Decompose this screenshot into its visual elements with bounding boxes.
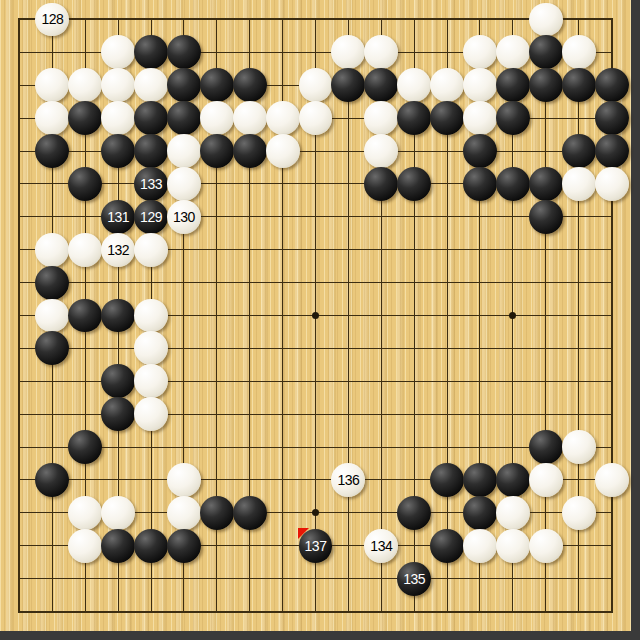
- intersection-2-11[interactable]: [69, 365, 102, 398]
- intersection-15-8[interactable]: [496, 266, 529, 299]
- intersection-13-6[interactable]: [431, 200, 464, 233]
- intersection-6-2[interactable]: [200, 69, 233, 102]
- intersection-12-15[interactable]: [398, 496, 431, 529]
- intersection-5-15[interactable]: [167, 496, 200, 529]
- intersection-3-18[interactable]: [102, 595, 135, 628]
- intersection-0-18[interactable]: [3, 595, 36, 628]
- intersection-3-4[interactable]: [102, 135, 135, 168]
- intersection-6-8[interactable]: [200, 266, 233, 299]
- intersection-18-6[interactable]: [595, 200, 628, 233]
- intersection-15-10[interactable]: [496, 332, 529, 365]
- intersection-9-9[interactable]: [299, 299, 332, 332]
- intersection-18-14[interactable]: [595, 464, 628, 497]
- intersection-12-13[interactable]: [398, 431, 431, 464]
- intersection-8-1[interactable]: [266, 36, 299, 69]
- intersection-18-7[interactable]: [595, 233, 628, 266]
- intersection-10-18[interactable]: [332, 595, 365, 628]
- intersection-5-5[interactable]: [167, 167, 200, 200]
- intersection-11-12[interactable]: [365, 398, 398, 431]
- intersection-11-17[interactable]: [365, 562, 398, 595]
- intersection-9-17[interactable]: [299, 562, 332, 595]
- intersection-2-17[interactable]: [69, 562, 102, 595]
- intersection-4-9[interactable]: [135, 299, 168, 332]
- intersection-16-15[interactable]: [529, 496, 562, 529]
- intersection-8-6[interactable]: [266, 200, 299, 233]
- intersection-11-8[interactable]: [365, 266, 398, 299]
- intersection-1-1[interactable]: [36, 36, 69, 69]
- intersection-17-0[interactable]: [562, 3, 595, 36]
- intersection-7-18[interactable]: [233, 595, 266, 628]
- intersection-17-16[interactable]: [562, 529, 595, 562]
- intersection-10-16[interactable]: [332, 529, 365, 562]
- intersection-16-8[interactable]: [529, 266, 562, 299]
- intersection-16-18[interactable]: [529, 595, 562, 628]
- intersection-0-15[interactable]: [3, 496, 36, 529]
- intersection-1-15[interactable]: [36, 496, 69, 529]
- intersection-17-1[interactable]: [562, 36, 595, 69]
- intersection-18-9[interactable]: [595, 299, 628, 332]
- intersection-9-5[interactable]: [299, 167, 332, 200]
- intersection-7-17[interactable]: [233, 562, 266, 595]
- intersection-4-10[interactable]: [135, 332, 168, 365]
- intersection-6-14[interactable]: [200, 464, 233, 497]
- intersection-12-18[interactable]: [398, 595, 431, 628]
- intersection-14-5[interactable]: [464, 167, 497, 200]
- intersection-1-17[interactable]: [36, 562, 69, 595]
- intersection-7-13[interactable]: [233, 431, 266, 464]
- intersection-9-16[interactable]: 137: [299, 529, 332, 562]
- intersection-15-5[interactable]: [496, 167, 529, 200]
- intersection-12-12[interactable]: [398, 398, 431, 431]
- intersection-12-16[interactable]: [398, 529, 431, 562]
- intersection-17-8[interactable]: [562, 266, 595, 299]
- intersection-8-16[interactable]: [266, 529, 299, 562]
- intersection-1-12[interactable]: [36, 398, 69, 431]
- intersection-16-3[interactable]: [529, 102, 562, 135]
- intersection-4-18[interactable]: [135, 595, 168, 628]
- intersection-3-15[interactable]: [102, 496, 135, 529]
- intersection-18-1[interactable]: [595, 36, 628, 69]
- intersection-11-6[interactable]: [365, 200, 398, 233]
- intersection-1-7[interactable]: [36, 233, 69, 266]
- intersection-4-3[interactable]: [135, 102, 168, 135]
- intersection-10-7[interactable]: [332, 233, 365, 266]
- intersection-6-6[interactable]: [200, 200, 233, 233]
- intersection-11-11[interactable]: [365, 365, 398, 398]
- intersection-12-4[interactable]: [398, 135, 431, 168]
- intersection-16-14[interactable]: [529, 464, 562, 497]
- intersection-9-3[interactable]: [299, 102, 332, 135]
- intersection-7-12[interactable]: [233, 398, 266, 431]
- intersection-12-7[interactable]: [398, 233, 431, 266]
- intersection-17-7[interactable]: [562, 233, 595, 266]
- intersection-10-10[interactable]: [332, 332, 365, 365]
- intersection-11-10[interactable]: [365, 332, 398, 365]
- intersection-12-1[interactable]: [398, 36, 431, 69]
- intersection-8-15[interactable]: [266, 496, 299, 529]
- intersection-1-5[interactable]: [36, 167, 69, 200]
- intersection-4-8[interactable]: [135, 266, 168, 299]
- intersection-11-3[interactable]: [365, 102, 398, 135]
- intersection-5-1[interactable]: [167, 36, 200, 69]
- intersection-4-5[interactable]: 133: [135, 167, 168, 200]
- intersection-0-5[interactable]: [3, 167, 36, 200]
- intersection-4-11[interactable]: [135, 365, 168, 398]
- intersection-18-3[interactable]: [595, 102, 628, 135]
- intersection-5-0[interactable]: [167, 3, 200, 36]
- intersection-17-2[interactable]: [562, 69, 595, 102]
- intersection-1-4[interactable]: [36, 135, 69, 168]
- intersection-7-8[interactable]: [233, 266, 266, 299]
- intersection-9-0[interactable]: [299, 3, 332, 36]
- intersection-13-7[interactable]: [431, 233, 464, 266]
- intersection-12-0[interactable]: [398, 3, 431, 36]
- intersection-7-7[interactable]: [233, 233, 266, 266]
- intersection-13-15[interactable]: [431, 496, 464, 529]
- intersection-3-17[interactable]: [102, 562, 135, 595]
- intersection-5-16[interactable]: [167, 529, 200, 562]
- intersection-5-7[interactable]: [167, 233, 200, 266]
- intersection-1-16[interactable]: [36, 529, 69, 562]
- intersection-7-0[interactable]: [233, 3, 266, 36]
- intersection-17-15[interactable]: [562, 496, 595, 529]
- intersection-5-12[interactable]: [167, 398, 200, 431]
- intersection-13-4[interactable]: [431, 135, 464, 168]
- intersection-7-14[interactable]: [233, 464, 266, 497]
- intersection-16-0[interactable]: [529, 3, 562, 36]
- intersection-1-6[interactable]: [36, 200, 69, 233]
- intersection-13-18[interactable]: [431, 595, 464, 628]
- intersection-2-16[interactable]: [69, 529, 102, 562]
- intersection-16-11[interactable]: [529, 365, 562, 398]
- intersection-3-3[interactable]: [102, 102, 135, 135]
- intersection-0-7[interactable]: [3, 233, 36, 266]
- intersection-18-4[interactable]: [595, 135, 628, 168]
- intersection-8-11[interactable]: [266, 365, 299, 398]
- intersection-12-5[interactable]: [398, 167, 431, 200]
- intersection-16-16[interactable]: [529, 529, 562, 562]
- intersection-11-7[interactable]: [365, 233, 398, 266]
- intersection-10-14[interactable]: 136: [332, 464, 365, 497]
- intersection-6-9[interactable]: [200, 299, 233, 332]
- intersection-3-10[interactable]: [102, 332, 135, 365]
- intersection-15-4[interactable]: [496, 135, 529, 168]
- intersection-5-14[interactable]: [167, 464, 200, 497]
- intersection-10-9[interactable]: [332, 299, 365, 332]
- intersection-7-16[interactable]: [233, 529, 266, 562]
- intersection-16-7[interactable]: [529, 233, 562, 266]
- intersection-8-18[interactable]: [266, 595, 299, 628]
- intersection-16-17[interactable]: [529, 562, 562, 595]
- intersection-17-6[interactable]: [562, 200, 595, 233]
- intersection-16-12[interactable]: [529, 398, 562, 431]
- intersection-3-12[interactable]: [102, 398, 135, 431]
- intersection-3-0[interactable]: [102, 3, 135, 36]
- intersection-10-12[interactable]: [332, 398, 365, 431]
- intersection-17-10[interactable]: [562, 332, 595, 365]
- intersection-17-13[interactable]: [562, 431, 595, 464]
- intersection-5-8[interactable]: [167, 266, 200, 299]
- intersection-9-13[interactable]: [299, 431, 332, 464]
- intersection-1-14[interactable]: [36, 464, 69, 497]
- intersection-15-13[interactable]: [496, 431, 529, 464]
- intersection-14-6[interactable]: [464, 200, 497, 233]
- intersection-18-2[interactable]: [595, 69, 628, 102]
- intersection-4-12[interactable]: [135, 398, 168, 431]
- intersection-14-13[interactable]: [464, 431, 497, 464]
- intersection-12-11[interactable]: [398, 365, 431, 398]
- intersection-11-13[interactable]: [365, 431, 398, 464]
- intersection-12-14[interactable]: [398, 464, 431, 497]
- intersection-8-5[interactable]: [266, 167, 299, 200]
- intersection-2-14[interactable]: [69, 464, 102, 497]
- intersection-6-13[interactable]: [200, 431, 233, 464]
- intersection-2-7[interactable]: [69, 233, 102, 266]
- intersection-2-4[interactable]: [69, 135, 102, 168]
- intersection-10-17[interactable]: [332, 562, 365, 595]
- intersection-6-4[interactable]: [200, 135, 233, 168]
- intersection-5-11[interactable]: [167, 365, 200, 398]
- intersection-6-1[interactable]: [200, 36, 233, 69]
- intersection-6-3[interactable]: [200, 102, 233, 135]
- intersection-11-16[interactable]: 134: [365, 529, 398, 562]
- intersection-13-12[interactable]: [431, 398, 464, 431]
- intersection-6-5[interactable]: [200, 167, 233, 200]
- intersection-1-18[interactable]: [36, 595, 69, 628]
- intersection-5-17[interactable]: [167, 562, 200, 595]
- intersection-10-1[interactable]: [332, 36, 365, 69]
- intersection-16-10[interactable]: [529, 332, 562, 365]
- intersection-3-16[interactable]: [102, 529, 135, 562]
- intersection-10-6[interactable]: [332, 200, 365, 233]
- intersection-10-13[interactable]: [332, 431, 365, 464]
- intersection-4-0[interactable]: [135, 3, 168, 36]
- intersection-17-18[interactable]: [562, 595, 595, 628]
- intersection-12-9[interactable]: [398, 299, 431, 332]
- intersection-16-4[interactable]: [529, 135, 562, 168]
- intersection-0-16[interactable]: [3, 529, 36, 562]
- intersection-11-9[interactable]: [365, 299, 398, 332]
- intersection-17-17[interactable]: [562, 562, 595, 595]
- intersection-18-13[interactable]: [595, 431, 628, 464]
- intersection-14-3[interactable]: [464, 102, 497, 135]
- intersection-18-5[interactable]: [595, 167, 628, 200]
- intersection-1-3[interactable]: [36, 102, 69, 135]
- intersection-0-3[interactable]: [3, 102, 36, 135]
- intersection-6-0[interactable]: [200, 3, 233, 36]
- intersection-6-7[interactable]: [200, 233, 233, 266]
- intersection-18-0[interactable]: [595, 3, 628, 36]
- intersection-15-2[interactable]: [496, 69, 529, 102]
- intersection-14-8[interactable]: [464, 266, 497, 299]
- intersection-15-6[interactable]: [496, 200, 529, 233]
- intersection-0-14[interactable]: [3, 464, 36, 497]
- intersection-18-15[interactable]: [595, 496, 628, 529]
- intersection-0-4[interactable]: [3, 135, 36, 168]
- intersection-0-0[interactable]: [3, 3, 36, 36]
- intersection-14-2[interactable]: [464, 69, 497, 102]
- intersection-18-10[interactable]: [595, 332, 628, 365]
- intersection-8-10[interactable]: [266, 332, 299, 365]
- intersection-3-14[interactable]: [102, 464, 135, 497]
- intersection-9-8[interactable]: [299, 266, 332, 299]
- intersection-2-3[interactable]: [69, 102, 102, 135]
- intersection-3-8[interactable]: [102, 266, 135, 299]
- intersection-2-6[interactable]: [69, 200, 102, 233]
- intersection-2-12[interactable]: [69, 398, 102, 431]
- intersection-17-5[interactable]: [562, 167, 595, 200]
- intersection-7-11[interactable]: [233, 365, 266, 398]
- intersection-7-10[interactable]: [233, 332, 266, 365]
- intersection-12-3[interactable]: [398, 102, 431, 135]
- intersection-0-1[interactable]: [3, 36, 36, 69]
- intersection-15-3[interactable]: [496, 102, 529, 135]
- intersection-8-4[interactable]: [266, 135, 299, 168]
- intersection-4-1[interactable]: [135, 36, 168, 69]
- intersection-13-0[interactable]: [431, 3, 464, 36]
- intersection-0-17[interactable]: [3, 562, 36, 595]
- intersection-1-2[interactable]: [36, 69, 69, 102]
- intersection-0-9[interactable]: [3, 299, 36, 332]
- intersection-0-13[interactable]: [3, 431, 36, 464]
- intersection-11-14[interactable]: [365, 464, 398, 497]
- intersection-3-2[interactable]: [102, 69, 135, 102]
- intersection-9-1[interactable]: [299, 36, 332, 69]
- intersection-13-5[interactable]: [431, 167, 464, 200]
- intersection-10-4[interactable]: [332, 135, 365, 168]
- intersection-8-17[interactable]: [266, 562, 299, 595]
- intersection-18-11[interactable]: [595, 365, 628, 398]
- intersection-4-2[interactable]: [135, 69, 168, 102]
- intersection-5-4[interactable]: [167, 135, 200, 168]
- intersection-18-8[interactable]: [595, 266, 628, 299]
- intersection-18-12[interactable]: [595, 398, 628, 431]
- intersection-13-13[interactable]: [431, 431, 464, 464]
- intersection-12-2[interactable]: [398, 69, 431, 102]
- intersection-2-13[interactable]: [69, 431, 102, 464]
- intersection-9-4[interactable]: [299, 135, 332, 168]
- intersection-7-3[interactable]: [233, 102, 266, 135]
- intersection-15-7[interactable]: [496, 233, 529, 266]
- intersection-10-8[interactable]: [332, 266, 365, 299]
- intersection-14-17[interactable]: [464, 562, 497, 595]
- intersection-15-18[interactable]: [496, 595, 529, 628]
- intersection-5-13[interactable]: [167, 431, 200, 464]
- intersection-10-5[interactable]: [332, 167, 365, 200]
- intersection-15-1[interactable]: [496, 36, 529, 69]
- intersection-14-9[interactable]: [464, 299, 497, 332]
- intersection-7-9[interactable]: [233, 299, 266, 332]
- intersection-15-14[interactable]: [496, 464, 529, 497]
- intersection-11-1[interactable]: [365, 36, 398, 69]
- intersection-17-3[interactable]: [562, 102, 595, 135]
- intersection-16-1[interactable]: [529, 36, 562, 69]
- intersection-14-7[interactable]: [464, 233, 497, 266]
- intersection-10-2[interactable]: [332, 69, 365, 102]
- intersection-13-9[interactable]: [431, 299, 464, 332]
- intersection-6-10[interactable]: [200, 332, 233, 365]
- intersection-4-16[interactable]: [135, 529, 168, 562]
- intersection-8-8[interactable]: [266, 266, 299, 299]
- intersection-13-11[interactable]: [431, 365, 464, 398]
- intersection-7-1[interactable]: [233, 36, 266, 69]
- intersection-9-6[interactable]: [299, 200, 332, 233]
- intersection-8-0[interactable]: [266, 3, 299, 36]
- intersection-5-6[interactable]: 130: [167, 200, 200, 233]
- intersection-1-0[interactable]: 128: [36, 3, 69, 36]
- intersection-14-18[interactable]: [464, 595, 497, 628]
- intersection-13-16[interactable]: [431, 529, 464, 562]
- intersection-2-2[interactable]: [69, 69, 102, 102]
- intersection-5-18[interactable]: [167, 595, 200, 628]
- intersection-2-8[interactable]: [69, 266, 102, 299]
- intersection-8-2[interactable]: [266, 69, 299, 102]
- intersection-14-12[interactable]: [464, 398, 497, 431]
- intersection-16-6[interactable]: [529, 200, 562, 233]
- intersection-9-7[interactable]: [299, 233, 332, 266]
- intersection-3-11[interactable]: [102, 365, 135, 398]
- intersection-3-5[interactable]: [102, 167, 135, 200]
- intersection-3-7[interactable]: 132: [102, 233, 135, 266]
- intersection-11-18[interactable]: [365, 595, 398, 628]
- intersection-8-3[interactable]: [266, 102, 299, 135]
- intersection-13-14[interactable]: [431, 464, 464, 497]
- intersection-14-1[interactable]: [464, 36, 497, 69]
- intersection-12-17[interactable]: 135: [398, 562, 431, 595]
- intersection-12-6[interactable]: [398, 200, 431, 233]
- intersection-9-11[interactable]: [299, 365, 332, 398]
- intersection-14-4[interactable]: [464, 135, 497, 168]
- intersection-14-10[interactable]: [464, 332, 497, 365]
- intersection-13-1[interactable]: [431, 36, 464, 69]
- intersection-15-9[interactable]: [496, 299, 529, 332]
- intersection-2-1[interactable]: [69, 36, 102, 69]
- intersection-11-15[interactable]: [365, 496, 398, 529]
- intersection-11-2[interactable]: [365, 69, 398, 102]
- intersection-7-15[interactable]: [233, 496, 266, 529]
- intersection-15-11[interactable]: [496, 365, 529, 398]
- intersection-13-10[interactable]: [431, 332, 464, 365]
- intersection-9-10[interactable]: [299, 332, 332, 365]
- intersection-14-16[interactable]: [464, 529, 497, 562]
- intersection-4-13[interactable]: [135, 431, 168, 464]
- intersection-7-4[interactable]: [233, 135, 266, 168]
- intersection-3-9[interactable]: [102, 299, 135, 332]
- intersection-4-14[interactable]: [135, 464, 168, 497]
- intersection-7-2[interactable]: [233, 69, 266, 102]
- intersection-2-0[interactable]: [69, 3, 102, 36]
- intersection-14-11[interactable]: [464, 365, 497, 398]
- intersection-1-10[interactable]: [36, 332, 69, 365]
- intersection-4-6[interactable]: 129: [135, 200, 168, 233]
- intersection-6-18[interactable]: [200, 595, 233, 628]
- intersection-1-11[interactable]: [36, 365, 69, 398]
- intersection-10-0[interactable]: [332, 3, 365, 36]
- intersection-16-5[interactable]: [529, 167, 562, 200]
- intersection-17-9[interactable]: [562, 299, 595, 332]
- intersection-5-10[interactable]: [167, 332, 200, 365]
- intersection-7-5[interactable]: [233, 167, 266, 200]
- intersection-9-2[interactable]: [299, 69, 332, 102]
- intersection-3-1[interactable]: [102, 36, 135, 69]
- intersection-12-8[interactable]: [398, 266, 431, 299]
- intersection-11-4[interactable]: [365, 135, 398, 168]
- intersection-6-11[interactable]: [200, 365, 233, 398]
- intersection-15-17[interactable]: [496, 562, 529, 595]
- intersection-3-6[interactable]: 131: [102, 200, 135, 233]
- intersection-8-14[interactable]: [266, 464, 299, 497]
- intersection-2-5[interactable]: [69, 167, 102, 200]
